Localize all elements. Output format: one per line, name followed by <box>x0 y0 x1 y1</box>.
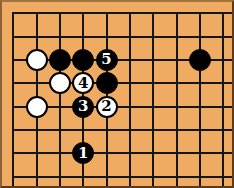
stone-white <box>26 49 48 71</box>
stone-white <box>49 72 71 94</box>
stone-white-move-2: 2 <box>96 96 118 118</box>
stone-black-move-3: 3 <box>72 96 94 118</box>
stone-black <box>49 49 71 71</box>
stone-black <box>189 49 211 71</box>
stone-black <box>72 49 94 71</box>
stone-white-move-4: 4 <box>72 72 94 94</box>
stone-white <box>26 96 48 118</box>
go-board: 54321 <box>0 0 234 188</box>
stone-black-move-1: 1 <box>72 142 94 164</box>
go-board-intersection-grid: 54321 <box>2 2 234 188</box>
stone-black <box>96 72 118 94</box>
stone-black-move-5: 5 <box>96 49 118 71</box>
